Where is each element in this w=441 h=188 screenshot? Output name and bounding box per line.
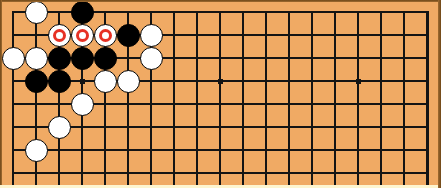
intersection [117,116,140,139]
intersection [48,47,71,70]
intersection [71,93,94,116]
intersection [186,47,209,70]
intersection [140,1,163,24]
intersection [416,116,439,139]
intersection [117,47,140,70]
intersection [186,1,209,24]
intersection [324,70,347,93]
intersection [347,162,370,185]
intersection [278,47,301,70]
intersection [347,116,370,139]
intersection [71,70,94,93]
intersection [416,162,439,185]
intersection [370,93,393,116]
white-stone [2,47,25,70]
intersection [347,70,370,93]
intersection [393,162,416,185]
intersection [347,47,370,70]
white-stone [71,93,94,116]
intersection [301,70,324,93]
intersection [370,1,393,24]
black-stone [94,47,117,70]
frame-top-edge [0,0,441,2]
intersection [301,47,324,70]
intersection [232,24,255,47]
intersection [25,116,48,139]
intersection [140,139,163,162]
intersection [416,24,439,47]
intersection [232,93,255,116]
intersection [25,93,48,116]
intersection [163,162,186,185]
intersection [255,162,278,185]
intersection [117,70,140,93]
intersection [94,139,117,162]
white-stone-marked [48,24,71,47]
intersection [71,139,94,162]
red-circle-mark [76,29,89,42]
intersection [48,70,71,93]
intersection [117,139,140,162]
intersection [324,162,347,185]
intersection [71,116,94,139]
red-circle-mark [99,29,112,42]
black-stone [25,70,48,93]
intersection [2,162,25,185]
intersection [232,162,255,185]
red-circle-mark [53,29,66,42]
intersection [48,139,71,162]
intersection [140,162,163,185]
intersection [416,93,439,116]
frame-left-edge [0,0,2,185]
intersection [71,1,94,24]
white-stone [25,47,48,70]
white-stone-marked [94,24,117,47]
intersection [324,116,347,139]
intersection [209,47,232,70]
intersection [2,1,25,24]
intersection [278,93,301,116]
intersection [232,116,255,139]
intersection [347,24,370,47]
intersection [278,116,301,139]
intersection [163,70,186,93]
go-board-diagram[interactable] [0,0,441,188]
intersection [71,162,94,185]
intersection [48,116,71,139]
intersection [94,24,117,47]
intersection [370,70,393,93]
intersection [416,1,439,24]
black-stone [71,47,94,70]
intersection [163,93,186,116]
intersection [416,139,439,162]
intersection [324,1,347,24]
intersection [324,93,347,116]
intersection [416,70,439,93]
intersection [186,162,209,185]
intersection [324,47,347,70]
intersection [25,47,48,70]
white-stone [140,24,163,47]
intersection [25,162,48,185]
intersection [347,93,370,116]
intersection [393,1,416,24]
intersection [324,139,347,162]
intersection [370,139,393,162]
intersection [163,139,186,162]
intersection [232,139,255,162]
intersection [255,24,278,47]
intersection [163,24,186,47]
intersection [370,162,393,185]
intersection [2,93,25,116]
goban-grid [2,1,439,185]
intersection [71,47,94,70]
intersection [278,139,301,162]
intersection [94,116,117,139]
black-stone [71,1,94,24]
intersection [25,24,48,47]
intersection [301,24,324,47]
intersection [324,24,347,47]
white-stone-marked [71,24,94,47]
intersection [393,70,416,93]
intersection [117,93,140,116]
intersection [2,70,25,93]
intersection [140,70,163,93]
intersection [370,47,393,70]
intersection [209,93,232,116]
intersection [2,116,25,139]
intersection [25,139,48,162]
intersection [48,24,71,47]
intersection [255,116,278,139]
intersection [186,116,209,139]
intersection [393,139,416,162]
frame-bottom-edge [0,185,438,188]
intersection [209,70,232,93]
intersection [140,93,163,116]
intersection [94,47,117,70]
intersection [117,162,140,185]
white-stone [94,70,117,93]
intersection [416,47,439,70]
intersection [2,47,25,70]
intersection [232,1,255,24]
intersection [301,162,324,185]
intersection [117,24,140,47]
intersection [278,162,301,185]
intersection [71,24,94,47]
intersection [278,70,301,93]
intersection [186,93,209,116]
intersection [301,139,324,162]
intersection [393,116,416,139]
intersection [48,1,71,24]
intersection [48,162,71,185]
intersection [94,162,117,185]
intersection [370,116,393,139]
white-stone [25,139,48,162]
intersection [209,24,232,47]
star-point [80,79,85,84]
intersection [278,24,301,47]
intersection [301,1,324,24]
intersection [209,116,232,139]
intersection [94,70,117,93]
intersection [278,1,301,24]
intersection [393,24,416,47]
intersection [94,93,117,116]
star-point [356,79,361,84]
intersection [255,93,278,116]
intersection [347,139,370,162]
intersection [163,47,186,70]
intersection [301,93,324,116]
intersection [301,116,324,139]
intersection [209,139,232,162]
intersection [232,70,255,93]
intersection [140,24,163,47]
intersection [186,139,209,162]
white-stone [117,70,140,93]
white-stone [140,47,163,70]
intersection [393,93,416,116]
intersection [393,47,416,70]
intersection [163,116,186,139]
intersection [186,70,209,93]
intersection [186,24,209,47]
intersection [255,1,278,24]
white-stone [48,116,71,139]
black-stone [117,24,140,47]
intersection [163,1,186,24]
intersection [232,47,255,70]
intersection [255,139,278,162]
black-stone [48,70,71,93]
intersection [255,70,278,93]
black-stone [48,47,71,70]
intersection [2,139,25,162]
intersection [25,70,48,93]
star-point [218,79,223,84]
intersection [2,24,25,47]
intersection [370,24,393,47]
intersection [347,1,370,24]
intersection [209,1,232,24]
intersection [140,47,163,70]
white-stone [25,1,48,24]
intersection [140,116,163,139]
intersection [25,1,48,24]
intersection [255,47,278,70]
intersection [94,1,117,24]
intersection [209,162,232,185]
intersection [117,1,140,24]
intersection [48,93,71,116]
